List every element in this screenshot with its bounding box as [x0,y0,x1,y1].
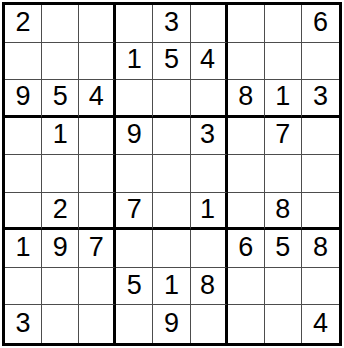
cell-r6c7-empty[interactable] [228,193,265,231]
cell-r5c5-empty[interactable] [153,155,190,193]
cell-r1c3-empty[interactable] [79,5,116,43]
cell-r5c8-empty[interactable] [265,155,302,193]
cell-r9c2-empty[interactable] [42,305,79,343]
cell-r7c1-given[interactable]: 1 [5,230,42,268]
cell-r1c2-empty[interactable] [42,5,79,43]
cell-r2c4-given[interactable]: 1 [116,43,153,81]
cell-r6c2-given[interactable]: 2 [42,193,79,231]
cell-r4c6-given[interactable]: 3 [191,118,228,156]
cell-r4c2-given[interactable]: 1 [42,118,79,156]
cell-r2c1-empty[interactable] [5,43,42,81]
cell-r9c1-given[interactable]: 3 [5,305,42,343]
cell-r8c1-empty[interactable] [5,268,42,306]
cell-r7c4-empty[interactable] [116,230,153,268]
cell-r4c9-empty[interactable] [302,118,339,156]
cell-r9c3-empty[interactable] [79,305,116,343]
sudoku-page: 23615495481319372718197658518394 [0,0,344,348]
cell-r1c6-empty[interactable] [191,5,228,43]
sudoku-board: 23615495481319372718197658518394 [2,2,342,346]
cell-r5c2-empty[interactable] [42,155,79,193]
cell-r2c2-empty[interactable] [42,43,79,81]
cell-r6c1-empty[interactable] [5,193,42,231]
cell-r3c2-given[interactable]: 5 [42,80,79,118]
cell-r9c7-empty[interactable] [228,305,265,343]
cell-r9c6-empty[interactable] [191,305,228,343]
cell-r9c5-given[interactable]: 9 [153,305,190,343]
cell-r7c9-given[interactable]: 8 [302,230,339,268]
cell-r8c5-given[interactable]: 1 [153,268,190,306]
cell-r8c7-empty[interactable] [228,268,265,306]
cell-r1c9-given[interactable]: 6 [302,5,339,43]
cell-r5c6-empty[interactable] [191,155,228,193]
cell-r7c8-given[interactable]: 5 [265,230,302,268]
cell-r5c4-empty[interactable] [116,155,153,193]
cell-r4c4-given[interactable]: 9 [116,118,153,156]
cell-r9c4-empty[interactable] [116,305,153,343]
cell-r8c3-empty[interactable] [79,268,116,306]
cell-r2c7-empty[interactable] [228,43,265,81]
cell-r9c9-given[interactable]: 4 [302,305,339,343]
cell-r5c9-empty[interactable] [302,155,339,193]
cell-r5c3-empty[interactable] [79,155,116,193]
cell-r1c1-given[interactable]: 2 [5,5,42,43]
cell-r4c7-empty[interactable] [228,118,265,156]
cell-r3c5-empty[interactable] [153,80,190,118]
cell-r2c3-empty[interactable] [79,43,116,81]
cell-r6c5-empty[interactable] [153,193,190,231]
cell-r3c1-given[interactable]: 9 [5,80,42,118]
cell-r6c9-empty[interactable] [302,193,339,231]
cell-r8c8-empty[interactable] [265,268,302,306]
cell-r7c7-given[interactable]: 6 [228,230,265,268]
cell-r5c7-empty[interactable] [228,155,265,193]
cell-r2c5-given[interactable]: 5 [153,43,190,81]
cell-r8c4-given[interactable]: 5 [116,268,153,306]
cell-r8c2-empty[interactable] [42,268,79,306]
cell-r7c6-empty[interactable] [191,230,228,268]
cell-r3c4-empty[interactable] [116,80,153,118]
cell-r1c5-given[interactable]: 3 [153,5,190,43]
cell-r8c6-given[interactable]: 8 [191,268,228,306]
cell-r3c6-empty[interactable] [191,80,228,118]
cell-r4c5-empty[interactable] [153,118,190,156]
cell-r2c9-empty[interactable] [302,43,339,81]
cell-r6c3-empty[interactable] [79,193,116,231]
cell-r3c9-given[interactable]: 3 [302,80,339,118]
cell-r2c8-empty[interactable] [265,43,302,81]
cell-r1c8-empty[interactable] [265,5,302,43]
cell-r3c8-given[interactable]: 1 [265,80,302,118]
cell-r6c8-given[interactable]: 8 [265,193,302,231]
cell-r9c8-empty[interactable] [265,305,302,343]
cell-r2c6-given[interactable]: 4 [191,43,228,81]
cell-r7c5-empty[interactable] [153,230,190,268]
cell-r5c1-empty[interactable] [5,155,42,193]
cell-r6c6-given[interactable]: 1 [191,193,228,231]
cell-r6c4-given[interactable]: 7 [116,193,153,231]
cell-r8c9-empty[interactable] [302,268,339,306]
cell-r3c3-given[interactable]: 4 [79,80,116,118]
cell-r4c3-empty[interactable] [79,118,116,156]
cell-r3c7-given[interactable]: 8 [228,80,265,118]
cell-r1c7-empty[interactable] [228,5,265,43]
cell-r7c3-given[interactable]: 7 [79,230,116,268]
cell-r4c1-empty[interactable] [5,118,42,156]
cell-r1c4-empty[interactable] [116,5,153,43]
cell-r4c8-given[interactable]: 7 [265,118,302,156]
cell-r7c2-given[interactable]: 9 [42,230,79,268]
